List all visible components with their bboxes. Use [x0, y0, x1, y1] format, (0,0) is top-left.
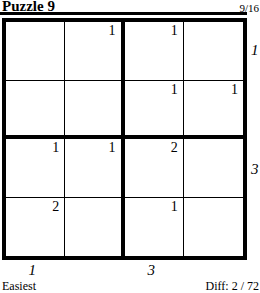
cell-r3c2[interactable]: 1 [65, 139, 124, 198]
cell-r3c3[interactable]: 2 [125, 139, 184, 198]
cell-corner-clue: 1 [52, 141, 59, 155]
cell-corner-clue: 1 [109, 24, 116, 38]
cell-r2c3[interactable]: 1 [125, 81, 184, 140]
diff-rating-label: Diff: 2 / 72 [206, 279, 259, 293]
cell-corner-clue: 1 [171, 24, 178, 38]
cell-r2c4[interactable]: 1 [184, 81, 243, 140]
cell-corner-clue: 2 [52, 200, 59, 214]
cell-corner-clue: 1 [109, 141, 116, 155]
cell-r3c4[interactable] [184, 139, 243, 198]
cell-r2c1[interactable] [6, 81, 65, 140]
board: 111111221 [2, 18, 247, 260]
cell-r4c4[interactable] [184, 198, 243, 257]
cell-r1c2[interactable]: 1 [65, 22, 124, 81]
cell-corner-clue: 1 [231, 83, 238, 97]
cell-r4c3[interactable]: 1 [125, 198, 184, 257]
cell-corner-clue: 1 [171, 200, 178, 214]
cell-r2c2[interactable] [65, 81, 124, 140]
col-label-1: 1 [29, 263, 37, 278]
col-label-3: 3 [148, 263, 156, 278]
cell-r4c2[interactable] [65, 198, 124, 257]
difficulty-label: Easiest [2, 279, 36, 293]
row-label-3: 3 [251, 162, 259, 177]
cell-r1c1[interactable] [6, 22, 65, 81]
cell-r4c1[interactable]: 2 [6, 198, 65, 257]
row-label-1: 1 [251, 43, 259, 58]
cell-r1c3[interactable]: 1 [125, 22, 184, 81]
cell-r1c4[interactable] [184, 22, 243, 81]
cell-corner-clue: 2 [171, 141, 178, 155]
cell-r3c1[interactable]: 1 [6, 139, 65, 198]
cell-corner-clue: 1 [171, 83, 178, 97]
title-rule [0, 12, 247, 15]
